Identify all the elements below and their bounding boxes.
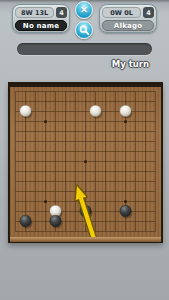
magnifier-icon (79, 25, 90, 36)
player-name: No name (15, 20, 67, 31)
magnifier-button[interactable] (75, 21, 93, 39)
close-icon: ✕ (80, 6, 88, 15)
app-screen: 8W 13L 4 No name 0W 0L 4 AIkago ✕ My tur… (0, 0, 169, 300)
opponent-record: 0W 0L (102, 7, 141, 18)
player-level-badge: 4 (56, 7, 67, 18)
opponent-level-badge: 4 (143, 7, 154, 18)
opponent-panel: 0W 0L 4 AIkago (99, 4, 157, 33)
opponent-name: AIkago (102, 20, 154, 31)
close-button[interactable]: ✕ (75, 1, 93, 19)
gomoku-board[interactable] (8, 82, 163, 243)
board-edge (10, 237, 161, 242)
opponent-record-row: 0W 0L 4 (102, 7, 154, 18)
player-panel-self: 8W 13L 4 No name (12, 4, 70, 33)
message-bar[interactable] (17, 43, 152, 55)
board-grid (10, 87, 161, 237)
player-record-row: 8W 13L 4 (15, 7, 67, 18)
board-face[interactable] (10, 87, 161, 237)
player-record: 8W 13L (15, 7, 54, 18)
turn-status-label: My turn (112, 59, 149, 69)
